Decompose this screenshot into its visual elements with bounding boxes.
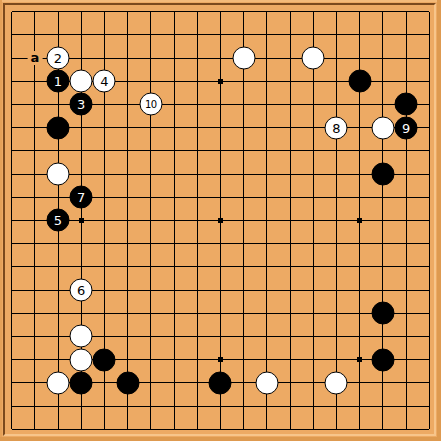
- grid-line-horizontal: [12, 127, 24, 128]
- grid-line-vertical: [406, 139, 407, 162]
- grid-line-vertical: [150, 139, 151, 162]
- grid-line-vertical: [266, 186, 267, 209]
- intersection-S15[interactable]: [394, 93, 417, 116]
- grid-line-vertical: [11, 325, 12, 348]
- grid-line-vertical: [266, 162, 267, 185]
- black-stone-D3: [70, 371, 93, 394]
- intersection-K3[interactable]: [209, 371, 232, 394]
- grid-line-vertical: [197, 394, 198, 417]
- grid-line-vertical: [336, 12, 337, 24]
- grid-line-vertical: [11, 418, 12, 430]
- black-stone-R4: [371, 348, 394, 371]
- grid-line-vertical: [313, 93, 314, 116]
- grid-line-horizontal: [12, 313, 24, 314]
- black-stone-Q16: [348, 70, 371, 93]
- grid-line-vertical: [336, 139, 337, 162]
- grid-line-vertical: [58, 418, 59, 430]
- grid-line-vertical: [104, 12, 105, 24]
- grid-line-vertical: [336, 302, 337, 325]
- grid-line-vertical: [336, 348, 337, 371]
- intersection-D4[interactable]: [70, 348, 93, 371]
- intersection-C10[interactable]: 5: [46, 209, 69, 232]
- grid-line-vertical: [104, 302, 105, 325]
- intersection-P3[interactable]: [325, 371, 348, 394]
- grid-line-vertical: [11, 278, 12, 301]
- grid-line-vertical: [11, 209, 12, 232]
- white-stone-C12: [47, 163, 70, 186]
- grid-line-horizontal: [12, 336, 24, 337]
- grid-line-vertical: [58, 93, 59, 116]
- grid-line-horizontal: [12, 58, 24, 59]
- grid-line-vertical: [34, 371, 35, 394]
- grid-line-vertical: [429, 371, 430, 394]
- grid-line-vertical: [429, 325, 430, 348]
- grid-line-vertical: [243, 371, 244, 394]
- grid-line-vertical: [81, 232, 82, 255]
- grid-line-vertical: [382, 70, 383, 93]
- grid-line-vertical: [197, 418, 198, 430]
- grid-line-horizontal: [12, 290, 24, 291]
- grid-line-vertical: [220, 278, 221, 301]
- grid-line-vertical: [313, 139, 314, 162]
- intersection-D16[interactable]: [70, 70, 93, 93]
- white-stone-R14: [371, 116, 394, 139]
- grid-line-vertical: [174, 93, 175, 116]
- grid-line-horizontal: [12, 197, 24, 198]
- grid-line-vertical: [359, 371, 360, 394]
- grid-line-vertical: [81, 162, 82, 185]
- grid-line-vertical: [266, 23, 267, 46]
- grid-line-vertical: [429, 186, 430, 209]
- grid-line-vertical: [11, 232, 12, 255]
- grid-line-vertical: [243, 418, 244, 430]
- grid-line-vertical: [127, 116, 128, 139]
- intersection-M3[interactable]: [255, 371, 278, 394]
- grid-line-vertical: [127, 46, 128, 69]
- grid-line-vertical: [359, 93, 360, 116]
- grid-line-vertical: [382, 93, 383, 116]
- grid-line-vertical: [104, 46, 105, 69]
- grid-line-vertical: [127, 232, 128, 255]
- grid-line-vertical: [359, 46, 360, 69]
- intersection-D5[interactable]: [70, 325, 93, 348]
- grid-line-vertical: [359, 394, 360, 417]
- grid-line-vertical: [220, 139, 221, 162]
- grid-line-vertical: [197, 23, 198, 46]
- grid-line-horizontal: [12, 104, 24, 105]
- grid-line-vertical: [220, 302, 221, 325]
- white-stone-O17: [302, 47, 325, 70]
- grid-line-vertical: [34, 93, 35, 116]
- grid-line-vertical: [174, 139, 175, 162]
- grid-line-horizontal: [12, 220, 24, 221]
- grid-line-vertical: [220, 93, 221, 116]
- grid-line-vertical: [81, 23, 82, 46]
- grid-line-horizontal: [418, 34, 430, 35]
- white-stone-D16: [70, 70, 93, 93]
- grid-line-vertical: [290, 278, 291, 301]
- black-stone-C14: [47, 116, 70, 139]
- grid-line-vertical: [58, 232, 59, 255]
- grid-line-vertical: [34, 186, 35, 209]
- grid-line-vertical: [81, 302, 82, 325]
- intersection-S14[interactable]: 9: [394, 116, 417, 139]
- grid-line-horizontal: [418, 150, 430, 151]
- grid-line-vertical: [266, 325, 267, 348]
- grid-line-vertical: [290, 186, 291, 209]
- grid-line-vertical: [104, 255, 105, 278]
- grid-line-vertical: [127, 23, 128, 46]
- grid-line-vertical: [243, 186, 244, 209]
- move-number: 3: [77, 98, 85, 111]
- grid-line-vertical: [313, 302, 314, 325]
- grid-line-vertical: [406, 394, 407, 417]
- grid-line-horizontal: [12, 266, 24, 267]
- grid-line-vertical: [174, 162, 175, 185]
- grid-line-vertical: [382, 325, 383, 348]
- grid-line-vertical: [429, 23, 430, 46]
- white-stone-D5: [70, 325, 93, 348]
- grid-line-vertical: [104, 394, 105, 417]
- grid-line-vertical: [197, 116, 198, 139]
- intersection-R12[interactable]: [371, 162, 394, 185]
- grid-line-vertical: [266, 348, 267, 371]
- move-number: 10: [145, 99, 157, 109]
- grid-line-vertical: [290, 232, 291, 255]
- white-stone-move-10: 10: [139, 93, 162, 116]
- grid-line-vertical: [174, 348, 175, 371]
- black-stone-R6: [371, 302, 394, 325]
- grid-line-vertical: [127, 162, 128, 185]
- grid-line-vertical: [243, 394, 244, 417]
- grid-line-vertical: [220, 418, 221, 430]
- black-stone-E4: [93, 348, 116, 371]
- grid-line-vertical: [127, 302, 128, 325]
- grid-line-vertical: [220, 162, 221, 185]
- grid-line-vertical: [197, 70, 198, 93]
- grid-line-vertical: [336, 325, 337, 348]
- grid-line-vertical: [359, 186, 360, 209]
- grid-line-vertical: [174, 255, 175, 278]
- intersection-E16[interactable]: 4: [93, 70, 116, 93]
- black-stone-S15: [395, 93, 418, 116]
- grid-line-vertical: [382, 371, 383, 394]
- grid-line-horizontal: [12, 174, 24, 175]
- grid-line-vertical: [382, 418, 383, 430]
- grid-line-horizontal: [12, 243, 24, 244]
- move-number: 5: [54, 214, 62, 227]
- grid-line-vertical: [243, 325, 244, 348]
- star-point: [218, 79, 223, 84]
- grid-line-vertical: [336, 46, 337, 69]
- grid-line-vertical: [382, 23, 383, 46]
- grid-line-vertical: [81, 46, 82, 69]
- grid-line-vertical: [34, 70, 35, 93]
- grid-line-vertical: [11, 116, 12, 139]
- white-stone-M3: [255, 371, 278, 394]
- grid-line-vertical: [406, 12, 407, 24]
- grid-line-vertical: [150, 394, 151, 417]
- grid-line-vertical: [382, 139, 383, 162]
- grid-line-vertical: [58, 348, 59, 371]
- grid-line-vertical: [104, 162, 105, 185]
- grid-line-vertical: [174, 23, 175, 46]
- grid-line-vertical: [127, 209, 128, 232]
- white-stone-P3: [325, 371, 348, 394]
- grid-line-vertical: [290, 418, 291, 430]
- grid-line-vertical: [429, 418, 430, 430]
- grid-line-vertical: [150, 325, 151, 348]
- grid-line-horizontal: [418, 336, 430, 337]
- black-stone-move-9: 9: [395, 116, 418, 139]
- star-point: [357, 357, 362, 362]
- grid-line-vertical: [429, 302, 430, 325]
- grid-line-vertical: [429, 70, 430, 93]
- grid-line-horizontal: [418, 313, 430, 314]
- grid-line-vertical: [127, 139, 128, 162]
- grid-line-vertical: [290, 139, 291, 162]
- intersection-E4[interactable]: [93, 348, 116, 371]
- grid-line-vertical: [104, 278, 105, 301]
- intersection-D3[interactable]: [70, 371, 93, 394]
- grid-line-vertical: [81, 139, 82, 162]
- grid-line-vertical: [382, 46, 383, 69]
- white-stone-move-8: 8: [325, 116, 348, 139]
- grid-line-vertical: [174, 232, 175, 255]
- grid-line-vertical: [243, 348, 244, 371]
- grid-line-vertical: [336, 278, 337, 301]
- grid-line-horizontal: [418, 266, 430, 267]
- grid-line-vertical: [359, 12, 360, 24]
- grid-line-vertical: [197, 209, 198, 232]
- grid-line-horizontal: [418, 406, 430, 407]
- grid-line-horizontal: [12, 359, 24, 360]
- grid-line-horizontal: [418, 81, 430, 82]
- grid-line-vertical: [359, 232, 360, 255]
- grid-line-vertical: [359, 23, 360, 46]
- grid-line-vertical: [104, 232, 105, 255]
- grid-line-vertical: [81, 255, 82, 278]
- intersection-R14[interactable]: [371, 116, 394, 139]
- grid-line-vertical: [127, 70, 128, 93]
- grid-line-vertical: [150, 23, 151, 46]
- grid-line-vertical: [34, 209, 35, 232]
- move-number: 7: [77, 191, 85, 204]
- black-stone-move-3: 3: [70, 93, 93, 116]
- grid-line-vertical: [127, 348, 128, 371]
- grid-line-vertical: [197, 278, 198, 301]
- intersection-F3[interactable]: [116, 371, 139, 394]
- intersection-C14[interactable]: [46, 116, 69, 139]
- grid-line-horizontal: [12, 406, 24, 407]
- grid-line-vertical: [174, 394, 175, 417]
- grid-line-vertical: [243, 255, 244, 278]
- grid-line-vertical: [336, 70, 337, 93]
- grid-line-vertical: [313, 278, 314, 301]
- grid-line-vertical: [406, 209, 407, 232]
- white-stone-C3: [47, 371, 70, 394]
- star-point: [218, 218, 223, 223]
- grid-line-vertical: [11, 371, 12, 394]
- grid-line-vertical: [220, 232, 221, 255]
- grid-line-vertical: [382, 12, 383, 24]
- grid-line-horizontal: [12, 11, 24, 12]
- grid-line-vertical: [359, 139, 360, 162]
- grid-line-vertical: [34, 232, 35, 255]
- intersection-L17[interactable]: [232, 46, 255, 69]
- grid-line-vertical: [150, 186, 151, 209]
- grid-line-vertical: [382, 255, 383, 278]
- grid-line-vertical: [313, 418, 314, 430]
- grid-line-vertical: [150, 348, 151, 371]
- star-point: [357, 218, 362, 223]
- grid-line-vertical: [243, 139, 244, 162]
- intersection-C17[interactable]: 2: [46, 46, 69, 69]
- grid-line-vertical: [197, 186, 198, 209]
- grid-line-horizontal: [12, 81, 24, 82]
- grid-line-vertical: [58, 255, 59, 278]
- grid-line-vertical: [313, 162, 314, 185]
- move-number: 4: [100, 75, 108, 88]
- white-stone-move-2: 2: [47, 47, 70, 70]
- grid-line-vertical: [220, 23, 221, 46]
- black-stone-move-7: 7: [70, 186, 93, 209]
- move-number: 1: [54, 75, 62, 88]
- grid-line-vertical: [336, 232, 337, 255]
- grid-line-vertical: [243, 209, 244, 232]
- grid-line-vertical: [359, 278, 360, 301]
- grid-line-vertical: [58, 394, 59, 417]
- grid-line-vertical: [429, 116, 430, 139]
- grid-line-vertical: [243, 12, 244, 24]
- grid-line-vertical: [150, 232, 151, 255]
- grid-line-vertical: [104, 116, 105, 139]
- grid-line-vertical: [11, 186, 12, 209]
- grid-line-vertical: [150, 12, 151, 24]
- grid-line-vertical: [313, 23, 314, 46]
- intersection-G15[interactable]: 10: [139, 93, 162, 116]
- intersection-D15[interactable]: 3: [70, 93, 93, 116]
- intersection-C16[interactable]: 1: [46, 70, 69, 93]
- grid-line-vertical: [150, 116, 151, 139]
- grid-line-vertical: [11, 255, 12, 278]
- grid-line-vertical: [266, 302, 267, 325]
- grid-line-vertical: [266, 232, 267, 255]
- grid-line-vertical: [243, 302, 244, 325]
- grid-line-vertical: [174, 70, 175, 93]
- grid-line-vertical: [127, 278, 128, 301]
- grid-line-vertical: [34, 12, 35, 24]
- grid-line-vertical: [406, 23, 407, 46]
- grid-line-vertical: [174, 302, 175, 325]
- grid-line-vertical: [220, 116, 221, 139]
- grid-line-vertical: [382, 209, 383, 232]
- grid-line-vertical: [429, 232, 430, 255]
- grid-line-vertical: [11, 70, 12, 93]
- black-stone-F3: [116, 371, 139, 394]
- grid-line-vertical: [336, 255, 337, 278]
- grid-line-vertical: [336, 162, 337, 185]
- grid-line-vertical: [406, 325, 407, 348]
- grid-line-vertical: [220, 394, 221, 417]
- grid-line-vertical: [58, 302, 59, 325]
- intersection-D11[interactable]: 7: [70, 186, 93, 209]
- grid-line-vertical: [429, 162, 430, 185]
- grid-line-vertical: [58, 325, 59, 348]
- move-number: 9: [402, 121, 410, 134]
- intersection-C3[interactable]: [46, 371, 69, 394]
- grid-line-vertical: [104, 325, 105, 348]
- grid-line-vertical: [104, 209, 105, 232]
- intersection-R4[interactable]: [371, 348, 394, 371]
- grid-line-vertical: [290, 162, 291, 185]
- grid-line-vertical: [336, 394, 337, 417]
- white-stone-D4: [70, 348, 93, 371]
- grid-line-vertical: [429, 278, 430, 301]
- grid-line-vertical: [266, 394, 267, 417]
- grid-line-horizontal: [12, 34, 24, 35]
- grid-line-vertical: [290, 302, 291, 325]
- grid-line-horizontal: [418, 220, 430, 221]
- grid-line-vertical: [313, 12, 314, 24]
- grid-line-vertical: [406, 418, 407, 430]
- grid-line-vertical: [406, 46, 407, 69]
- grid-line-vertical: [58, 12, 59, 24]
- grid-line-vertical: [359, 302, 360, 325]
- grid-line-vertical: [266, 278, 267, 301]
- grid-line-vertical: [150, 371, 151, 394]
- grid-line-vertical: [11, 23, 12, 46]
- intersection-Q16[interactable]: [348, 70, 371, 93]
- grid-line-vertical: [11, 302, 12, 325]
- grid-line-horizontal: [12, 429, 24, 430]
- grid-line-vertical: [382, 232, 383, 255]
- grid-line-vertical: [11, 93, 12, 116]
- grid-line-vertical: [290, 371, 291, 394]
- grid-line-vertical: [127, 418, 128, 430]
- grid-line-vertical: [197, 325, 198, 348]
- grid-line-vertical: [104, 371, 105, 394]
- grid-line-vertical: [104, 93, 105, 116]
- grid-line-vertical: [34, 255, 35, 278]
- grid-line-vertical: [429, 46, 430, 69]
- grid-line-vertical: [220, 255, 221, 278]
- intersection-O17[interactable]: [302, 46, 325, 69]
- grid-line-vertical: [406, 348, 407, 371]
- grid-line-vertical: [266, 46, 267, 69]
- grid-line-vertical: [406, 278, 407, 301]
- grid-line-vertical: [104, 418, 105, 430]
- grid-line-vertical: [382, 278, 383, 301]
- intersection-P14[interactable]: 8: [325, 116, 348, 139]
- grid-line-vertical: [174, 325, 175, 348]
- grid-line-vertical: [197, 93, 198, 116]
- grid-line-vertical: [197, 371, 198, 394]
- intersection-D7[interactable]: 6: [70, 278, 93, 301]
- grid-line-vertical: [313, 186, 314, 209]
- grid-line-vertical: [359, 255, 360, 278]
- grid-line-vertical: [429, 348, 430, 371]
- grid-line-vertical: [429, 12, 430, 24]
- grid-line-vertical: [290, 93, 291, 116]
- intersection-C12[interactable]: [46, 162, 69, 185]
- intersection-R6[interactable]: [371, 302, 394, 325]
- grid-line-vertical: [336, 186, 337, 209]
- grid-line-vertical: [313, 116, 314, 139]
- grid-line-vertical: [336, 209, 337, 232]
- grid-line-vertical: [34, 325, 35, 348]
- grid-line-vertical: [243, 70, 244, 93]
